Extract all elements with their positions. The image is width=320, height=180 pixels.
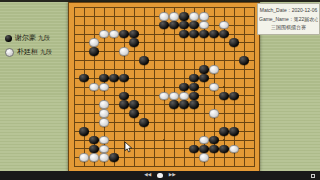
board-cell xyxy=(239,136,249,145)
board-cell xyxy=(229,100,239,109)
board-cell xyxy=(139,12,149,21)
star-point xyxy=(223,86,225,88)
board-cell xyxy=(159,30,169,39)
board-cell xyxy=(179,30,189,39)
board-cell xyxy=(219,30,229,39)
board-cell xyxy=(89,47,99,56)
board-cell xyxy=(119,144,129,153)
black-stone xyxy=(129,100,138,109)
white-stone xyxy=(89,38,98,47)
board-cell xyxy=(159,38,169,47)
board-cell xyxy=(169,65,179,74)
board-cell xyxy=(139,127,149,136)
board-cell xyxy=(199,56,209,65)
board-cell xyxy=(129,3,139,12)
white-stone xyxy=(209,83,218,92)
board-cell xyxy=(249,47,259,56)
board-cell xyxy=(199,153,209,162)
board-cell xyxy=(89,12,99,21)
black-stone xyxy=(129,30,138,39)
board-cell xyxy=(169,144,179,153)
board-cell xyxy=(69,83,79,92)
board-cell xyxy=(89,162,99,171)
board-cell xyxy=(129,56,139,65)
board-cell xyxy=(219,127,229,136)
board-grid xyxy=(69,3,259,171)
board-cell xyxy=(69,30,79,39)
board-cell xyxy=(209,83,219,92)
board-cell xyxy=(189,74,199,83)
board-cell xyxy=(189,56,199,65)
board-cell xyxy=(139,144,149,153)
board-cell xyxy=(179,21,189,30)
board-cell xyxy=(149,47,159,56)
board-cell xyxy=(79,65,89,74)
black-stone xyxy=(229,127,238,136)
board-cell xyxy=(109,56,119,65)
board-cell xyxy=(79,47,89,56)
board-cell xyxy=(239,38,249,47)
board-cell xyxy=(99,12,109,21)
board-cell xyxy=(79,38,89,47)
board-cell xyxy=(149,38,159,47)
black-stone xyxy=(209,136,218,145)
board-cell xyxy=(249,91,259,100)
board-cell xyxy=(149,3,159,12)
board-cell xyxy=(129,162,139,171)
board-cell xyxy=(169,3,179,12)
white-stone xyxy=(159,92,168,101)
board-cell xyxy=(179,38,189,47)
board-cell xyxy=(99,56,109,65)
board-cell xyxy=(199,47,209,56)
black-stone xyxy=(119,92,128,101)
board-cell xyxy=(129,118,139,127)
board-cell xyxy=(189,136,199,145)
board-cell xyxy=(79,12,89,21)
board-cell xyxy=(139,56,149,65)
video-frame: 谢尔豪 九段 朴廷桓 九段 Match_Date：2020-12-06 Game… xyxy=(0,0,320,180)
board-cell xyxy=(179,136,189,145)
board-cell xyxy=(79,100,89,109)
board-cell xyxy=(209,127,219,136)
board-cell xyxy=(99,109,109,118)
board-cell xyxy=(229,109,239,118)
board-cell xyxy=(229,83,239,92)
prev-move-button[interactable]: ◀◀ xyxy=(144,173,151,178)
board-cell xyxy=(229,56,239,65)
black-stone xyxy=(119,74,128,83)
board-cell xyxy=(189,47,199,56)
board-cell xyxy=(69,38,79,47)
board-cell xyxy=(179,65,189,74)
board-cell xyxy=(69,127,79,136)
board-cell xyxy=(99,3,109,12)
board-cell xyxy=(239,153,249,162)
board-cell xyxy=(179,56,189,65)
board-cell xyxy=(129,144,139,153)
board-cell xyxy=(179,127,189,136)
black-stone xyxy=(99,74,108,83)
board-cell xyxy=(119,21,129,30)
board-cell xyxy=(219,38,229,47)
white-stone xyxy=(229,145,238,154)
board-cell xyxy=(99,144,109,153)
fullscreen-button[interactable] xyxy=(311,174,315,178)
black-player-name: 谢尔豪 xyxy=(15,33,36,43)
black-stone xyxy=(219,30,228,39)
board-cell xyxy=(199,12,209,21)
board-cell xyxy=(99,38,109,47)
board-cell xyxy=(189,91,199,100)
board-cell xyxy=(79,162,89,171)
board-cell xyxy=(249,162,259,171)
board-cell xyxy=(229,3,239,12)
board-cell xyxy=(199,74,209,83)
board-cell xyxy=(159,127,169,136)
board-cell xyxy=(139,3,149,12)
white-stone xyxy=(199,21,208,30)
board-cell xyxy=(119,38,129,47)
board-cell xyxy=(249,144,259,153)
white-stone xyxy=(109,30,118,39)
board-cell xyxy=(109,136,119,145)
board-cell xyxy=(199,30,209,39)
board-cell xyxy=(239,109,249,118)
black-stone xyxy=(229,92,238,101)
board-cell xyxy=(159,100,169,109)
board-cell xyxy=(89,136,99,145)
black-stone xyxy=(199,145,208,154)
board-cell xyxy=(229,47,239,56)
black-stone xyxy=(209,145,218,154)
black-stone xyxy=(189,21,198,30)
board-cell xyxy=(79,118,89,127)
board-cell xyxy=(209,3,219,12)
board-cell xyxy=(129,91,139,100)
board-cell xyxy=(169,91,179,100)
board-cell xyxy=(229,30,239,39)
board-cell xyxy=(229,162,239,171)
board-cell xyxy=(139,65,149,74)
board-cell xyxy=(249,65,259,74)
board-cell xyxy=(229,65,239,74)
board-cell xyxy=(179,109,189,118)
board-cell xyxy=(109,144,119,153)
board-cell xyxy=(149,56,159,65)
board-cell xyxy=(219,56,229,65)
board-cell xyxy=(219,118,229,127)
board-cell xyxy=(79,153,89,162)
board-cell xyxy=(209,12,219,21)
board-cell xyxy=(89,100,99,109)
black-stone xyxy=(189,30,198,39)
board-cell xyxy=(129,38,139,47)
black-stone xyxy=(89,145,98,154)
board-cell xyxy=(159,153,169,162)
black-stone xyxy=(189,74,198,83)
white-stone xyxy=(209,65,218,74)
black-stone-icon xyxy=(5,35,12,42)
board-cell xyxy=(219,109,229,118)
board-cell xyxy=(249,83,259,92)
black-stone xyxy=(219,127,228,136)
board-cell xyxy=(109,100,119,109)
board-cell xyxy=(239,83,249,92)
board-cell xyxy=(129,136,139,145)
board-cell xyxy=(129,21,139,30)
white-stone xyxy=(119,47,128,56)
board-cell xyxy=(69,74,79,83)
board-cell xyxy=(79,109,89,118)
board-cell xyxy=(129,83,139,92)
star-point xyxy=(223,139,225,141)
board-cell xyxy=(109,12,119,21)
board-cell xyxy=(139,30,149,39)
board-cell xyxy=(139,100,149,109)
black-stone xyxy=(129,38,138,47)
board-cell xyxy=(219,65,229,74)
board-cell xyxy=(219,3,229,12)
black-stone xyxy=(119,100,128,109)
black-stone xyxy=(169,21,178,30)
white-stone xyxy=(169,12,178,21)
board-cell xyxy=(159,91,169,100)
board-cell xyxy=(239,127,249,136)
board-cell xyxy=(229,118,239,127)
board-cell xyxy=(69,47,79,56)
board-cell xyxy=(89,65,99,74)
board-cell xyxy=(89,83,99,92)
board-cell xyxy=(249,100,259,109)
board-cell xyxy=(129,109,139,118)
black-stone xyxy=(139,118,148,127)
board-cell xyxy=(209,153,219,162)
board-cell xyxy=(99,74,109,83)
board-cell xyxy=(219,47,229,56)
board-cell xyxy=(209,21,219,30)
board-cell xyxy=(89,91,99,100)
board-cell xyxy=(209,38,219,47)
board-cell xyxy=(89,21,99,30)
white-stone xyxy=(169,92,178,101)
board-cell xyxy=(69,162,79,171)
board-cell xyxy=(79,91,89,100)
board-cell xyxy=(169,74,179,83)
black-stone xyxy=(179,21,188,30)
board-cell xyxy=(219,83,229,92)
board-cell xyxy=(149,30,159,39)
board-cell xyxy=(239,144,249,153)
board-cell xyxy=(219,12,229,21)
black-stone xyxy=(79,127,88,136)
board-cell xyxy=(229,74,239,83)
star-point xyxy=(163,33,165,35)
black-player-row: 谢尔豪 九段 xyxy=(5,33,52,43)
board-cell xyxy=(149,144,159,153)
board-cell xyxy=(99,83,109,92)
board-cell xyxy=(169,21,179,30)
board-cell xyxy=(119,3,129,12)
board-cell xyxy=(99,21,109,30)
board-cell xyxy=(239,3,249,12)
board-cell xyxy=(169,83,179,92)
board-cell xyxy=(199,65,209,74)
white-player-rank: 九段 xyxy=(40,48,52,57)
board-cell xyxy=(99,136,109,145)
next-move-button[interactable]: ▶▶ xyxy=(169,173,176,178)
board-cell xyxy=(209,118,219,127)
board-cell xyxy=(69,118,79,127)
board-cell xyxy=(69,56,79,65)
white-stone xyxy=(199,12,208,21)
board-cell xyxy=(109,74,119,83)
board-cell xyxy=(249,118,259,127)
black-stone xyxy=(169,100,178,109)
white-stone xyxy=(79,153,88,162)
white-stone xyxy=(99,136,108,145)
board-cell xyxy=(169,153,179,162)
board-cell xyxy=(199,136,209,145)
board-cell xyxy=(89,74,99,83)
white-stone xyxy=(89,153,98,162)
white-player-row: 朴廷桓 九段 xyxy=(5,47,52,57)
board-cell xyxy=(119,153,129,162)
board-cell xyxy=(229,127,239,136)
board-cell xyxy=(159,65,169,74)
board-cell xyxy=(99,30,109,39)
board-cell xyxy=(69,3,79,12)
board-cell xyxy=(179,47,189,56)
board-cell xyxy=(239,47,249,56)
board-cell xyxy=(149,118,159,127)
board-cell xyxy=(119,12,129,21)
board-cell xyxy=(99,118,109,127)
board-cell xyxy=(139,162,149,171)
board-cell xyxy=(209,74,219,83)
board-cell xyxy=(119,109,129,118)
board-cell xyxy=(249,136,259,145)
board-cell xyxy=(229,12,239,21)
board-cell xyxy=(179,12,189,21)
white-stone xyxy=(189,12,198,21)
black-stone xyxy=(229,38,238,47)
board-cell xyxy=(69,136,79,145)
black-stone xyxy=(109,74,118,83)
board-cell xyxy=(129,100,139,109)
board-cell xyxy=(229,38,239,47)
board-cell xyxy=(89,30,99,39)
board-cell xyxy=(79,127,89,136)
board-cell xyxy=(159,83,169,92)
board-cell xyxy=(149,74,159,83)
board-cell xyxy=(89,56,99,65)
board-cell xyxy=(69,65,79,74)
white-stone xyxy=(99,153,108,162)
board-cell xyxy=(209,47,219,56)
board-cell xyxy=(99,162,109,171)
board-cell xyxy=(179,153,189,162)
board-cell xyxy=(239,162,249,171)
board-cell xyxy=(199,83,209,92)
board-cell xyxy=(109,47,119,56)
board-cell xyxy=(149,21,159,30)
board-cell xyxy=(69,12,79,21)
board-cell xyxy=(99,100,109,109)
black-stone xyxy=(219,92,228,101)
board-cell xyxy=(209,56,219,65)
game-name-line2: 三国围棋擂台赛 xyxy=(259,23,318,32)
black-stone xyxy=(159,21,168,30)
board-cell xyxy=(139,109,149,118)
white-stone xyxy=(209,109,218,118)
board-cell xyxy=(209,109,219,118)
board-cell xyxy=(239,100,249,109)
white-stone xyxy=(219,21,228,30)
board-cell xyxy=(149,12,159,21)
board-cell xyxy=(139,21,149,30)
board-cell xyxy=(89,3,99,12)
board-cell xyxy=(119,127,129,136)
go-board xyxy=(68,2,260,172)
board-cell xyxy=(129,127,139,136)
board-cell xyxy=(109,127,119,136)
board-cell xyxy=(79,144,89,153)
black-stone xyxy=(179,12,188,21)
board-cell xyxy=(159,56,169,65)
board-cell xyxy=(79,83,89,92)
black-stone xyxy=(219,145,228,154)
board-cell xyxy=(189,12,199,21)
board-cell xyxy=(169,162,179,171)
board-cell xyxy=(109,38,119,47)
board-cell xyxy=(169,127,179,136)
board-cell xyxy=(249,56,259,65)
match-date: Match_Date：2020-12-06 xyxy=(259,6,318,15)
board-cell xyxy=(209,162,219,171)
board-cell xyxy=(199,109,209,118)
board-cell xyxy=(109,3,119,12)
board-cell xyxy=(189,83,199,92)
black-stone xyxy=(199,74,208,83)
board-cell xyxy=(109,30,119,39)
board-cell xyxy=(249,38,259,47)
white-player-name: 朴廷桓 xyxy=(17,47,38,57)
board-cell xyxy=(239,118,249,127)
black-stone xyxy=(129,109,138,118)
board-cell xyxy=(219,136,229,145)
board-cell xyxy=(239,74,249,83)
board-cell xyxy=(119,100,129,109)
board-cell xyxy=(189,3,199,12)
white-stone xyxy=(179,92,188,101)
board-cell xyxy=(119,136,129,145)
black-stone xyxy=(89,47,98,56)
board-cell xyxy=(149,109,159,118)
black-stone xyxy=(239,56,248,65)
black-stone xyxy=(209,30,218,39)
black-stone xyxy=(79,74,88,83)
board-cell xyxy=(129,12,139,21)
board-cell xyxy=(79,56,89,65)
board-cell xyxy=(239,21,249,30)
board-cell xyxy=(199,127,209,136)
board-cell xyxy=(69,109,79,118)
board-cell xyxy=(139,83,149,92)
board-cell xyxy=(209,65,219,74)
play-button[interactable] xyxy=(157,173,163,179)
board-cell xyxy=(109,65,119,74)
